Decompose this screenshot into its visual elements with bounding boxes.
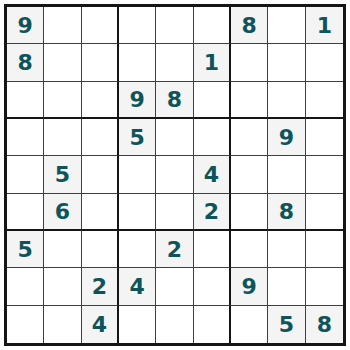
given-digit: 8 <box>18 50 33 75</box>
given-digit: 5 <box>55 162 70 187</box>
cell-r4c2[interactable] <box>44 119 81 156</box>
cell-r7c1: 5 <box>7 231 44 268</box>
cell-r8c1[interactable] <box>7 268 44 305</box>
given-digit: 1 <box>204 50 219 75</box>
given-digit: 6 <box>55 199 70 224</box>
given-digit: 1 <box>317 13 332 38</box>
cell-r7c6[interactable] <box>194 231 231 268</box>
cell-r9c8: 5 <box>268 306 305 343</box>
cell-r1c8[interactable] <box>268 7 305 44</box>
cell-r7c9[interactable] <box>306 231 343 268</box>
cell-r6c6: 2 <box>194 194 231 231</box>
cell-r3c1[interactable] <box>7 82 44 119</box>
given-digit: 5 <box>130 125 145 150</box>
cell-r5c4[interactable] <box>119 156 156 193</box>
cell-r2c9[interactable] <box>306 44 343 81</box>
cell-r8c3: 2 <box>82 268 119 305</box>
cell-r5c6: 4 <box>194 156 231 193</box>
cell-r3c9[interactable] <box>306 82 343 119</box>
cell-r7c8[interactable] <box>268 231 305 268</box>
cell-r1c9: 1 <box>306 7 343 44</box>
cell-r6c4[interactable] <box>119 194 156 231</box>
cell-r9c9: 8 <box>306 306 343 343</box>
cell-r9c2[interactable] <box>44 306 81 343</box>
cell-r2c3[interactable] <box>82 44 119 81</box>
cell-r1c5[interactable] <box>156 7 193 44</box>
cell-r9c1[interactable] <box>7 306 44 343</box>
cell-r3c3[interactable] <box>82 82 119 119</box>
given-digit: 5 <box>279 312 294 337</box>
sudoku-board: 9818198595462852249458 <box>4 4 346 346</box>
cell-r7c2[interactable] <box>44 231 81 268</box>
cell-r9c5[interactable] <box>156 306 193 343</box>
given-digit: 8 <box>242 13 257 38</box>
cell-r8c5[interactable] <box>156 268 193 305</box>
cell-r2c1: 8 <box>7 44 44 81</box>
cell-r4c1[interactable] <box>7 119 44 156</box>
sudoku-page: 9818198595462852249458 <box>0 0 342 342</box>
cell-r5c7[interactable] <box>231 156 268 193</box>
cell-r2c4[interactable] <box>119 44 156 81</box>
cell-r1c4[interactable] <box>119 7 156 44</box>
cell-r2c6: 1 <box>194 44 231 81</box>
cell-r5c9[interactable] <box>306 156 343 193</box>
given-digit: 4 <box>130 274 145 299</box>
cell-r9c7[interactable] <box>231 306 268 343</box>
given-digit: 4 <box>204 162 219 187</box>
cell-r8c8[interactable] <box>268 268 305 305</box>
cell-r6c8: 8 <box>268 194 305 231</box>
cell-r5c3[interactable] <box>82 156 119 193</box>
cell-r3c6[interactable] <box>194 82 231 119</box>
cell-r4c4: 5 <box>119 119 156 156</box>
cell-r1c2[interactable] <box>44 7 81 44</box>
cell-r8c2[interactable] <box>44 268 81 305</box>
given-digit: 2 <box>204 199 219 224</box>
cell-r9c4[interactable] <box>119 306 156 343</box>
cell-r8c7: 9 <box>231 268 268 305</box>
cell-r1c1: 9 <box>7 7 44 44</box>
cell-r6c5[interactable] <box>156 194 193 231</box>
cell-r4c7[interactable] <box>231 119 268 156</box>
cell-r7c7[interactable] <box>231 231 268 268</box>
cell-r3c7[interactable] <box>231 82 268 119</box>
given-digit: 9 <box>279 125 294 150</box>
cell-r2c7[interactable] <box>231 44 268 81</box>
cell-r6c2: 6 <box>44 194 81 231</box>
given-digit: 9 <box>242 274 257 299</box>
given-digit: 4 <box>92 312 107 337</box>
cell-r2c5[interactable] <box>156 44 193 81</box>
cell-r1c3[interactable] <box>82 7 119 44</box>
cell-r4c9[interactable] <box>306 119 343 156</box>
cell-r5c2: 5 <box>44 156 81 193</box>
cell-r4c8: 9 <box>268 119 305 156</box>
cell-r4c6[interactable] <box>194 119 231 156</box>
cell-r6c3[interactable] <box>82 194 119 231</box>
cell-r7c5: 2 <box>156 231 193 268</box>
cell-r8c6[interactable] <box>194 268 231 305</box>
given-digit: 9 <box>18 13 33 38</box>
cell-r4c5[interactable] <box>156 119 193 156</box>
cell-r3c8[interactable] <box>268 82 305 119</box>
given-digit: 8 <box>167 87 182 112</box>
cell-r1c7: 8 <box>231 7 268 44</box>
cell-r7c4[interactable] <box>119 231 156 268</box>
given-digit: 9 <box>130 87 145 112</box>
cell-r5c8[interactable] <box>268 156 305 193</box>
given-digit: 8 <box>317 312 332 337</box>
cell-r2c8[interactable] <box>268 44 305 81</box>
cell-r6c1[interactable] <box>7 194 44 231</box>
cell-r2c2[interactable] <box>44 44 81 81</box>
cell-r5c5[interactable] <box>156 156 193 193</box>
cell-r6c9[interactable] <box>306 194 343 231</box>
given-digit: 2 <box>167 237 182 262</box>
cell-r6c7[interactable] <box>231 194 268 231</box>
cell-r3c4: 9 <box>119 82 156 119</box>
cell-r9c3: 4 <box>82 306 119 343</box>
cell-r3c5: 8 <box>156 82 193 119</box>
cell-r8c4: 4 <box>119 268 156 305</box>
given-digit: 2 <box>92 274 107 299</box>
given-digit: 5 <box>18 237 33 262</box>
cell-r9c6[interactable] <box>194 306 231 343</box>
cell-r3c2[interactable] <box>44 82 81 119</box>
given-digit: 8 <box>279 199 294 224</box>
cell-r7c3[interactable] <box>82 231 119 268</box>
cell-r1c6[interactable] <box>194 7 231 44</box>
cell-r5c1[interactable] <box>7 156 44 193</box>
cell-r4c3[interactable] <box>82 119 119 156</box>
cell-r8c9[interactable] <box>306 268 343 305</box>
